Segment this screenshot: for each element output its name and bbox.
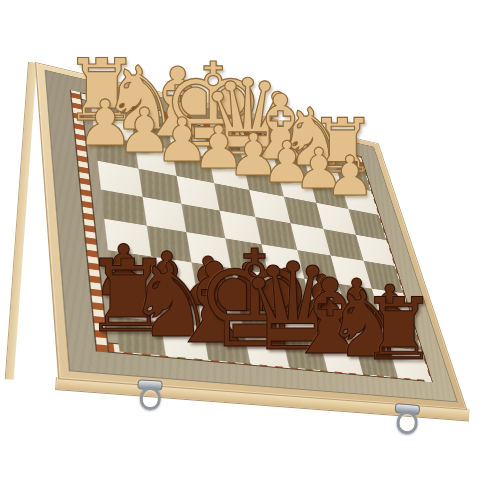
box-left-side-panel [5,62,37,380]
clasp-hook-ring-icon [139,387,161,411]
latch-clasp-right[interactable] [393,403,421,435]
clasp-hook-ring-icon [396,410,419,435]
piece-white-pawn-a2[interactable]: ♟ [325,148,374,203]
product-photo: ♜♞♝♛♚♝♞♜♟♟♟♟♟♟♟♟♟♟♟♟♟♟♟♟♜♞♝♛♚♝♞♜ [0,0,500,500]
latch-clasp-left[interactable] [136,379,163,410]
piece-black-rook-a8[interactable]: ♜ [360,287,437,373]
